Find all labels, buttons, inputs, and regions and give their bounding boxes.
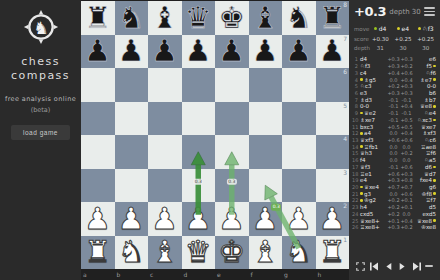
- move-white[interactable]: ♖fb1: [360, 144, 387, 150]
- move-number: 6: [352, 90, 360, 96]
- eval-white: +0.3: [387, 56, 400, 62]
- piece-black-king[interactable]: ♚: [218, 3, 245, 33]
- eval-black: +0.2: [400, 224, 413, 230]
- square-c6[interactable]: [148, 68, 182, 102]
- eval-white: 0.0: [387, 191, 400, 197]
- piece-white-knight[interactable]: ♞: [285, 237, 312, 267]
- move-number: 22: [352, 197, 360, 203]
- move-black[interactable]: ♕e8: [413, 103, 436, 109]
- square-f1[interactable]: ♝: [249, 236, 283, 270]
- chess-board[interactable]: ♜♞♝♛♚♝♞♜8♟♟♟♟♟♟♟♟76543♟♟♟♟♟♟♟♟2♜♞♝♛♚♝♞♜1: [81, 1, 349, 269]
- square-b4[interactable]: [115, 135, 149, 169]
- move-white[interactable]: ♕xe4: [360, 184, 387, 190]
- move-mark-icon: [433, 78, 436, 81]
- file-label: e: [215, 270, 249, 280]
- square-f7[interactable]: ♟: [249, 35, 283, 69]
- move-row[interactable]: 3c4+0.4+0.6♘f6: [349, 69, 440, 76]
- move-black[interactable]: ♘a5: [413, 157, 436, 163]
- move-row[interactable]: 14♖fb10.00.0♖ae8: [349, 143, 440, 150]
- eval-black: +0.4: [400, 77, 413, 83]
- square-h8[interactable]: ♜8: [316, 1, 350, 35]
- square-d7[interactable]: ♟: [182, 35, 216, 69]
- eval-white: 0.0: [387, 144, 400, 150]
- square-e7[interactable]: ♟: [215, 35, 249, 69]
- eval-white: +0.3: [387, 224, 400, 230]
- move-row[interactable]: 20♕xe4+0.7+0.7g6: [349, 184, 440, 191]
- move-number: 2: [352, 63, 360, 69]
- rank-label: 3: [343, 170, 347, 176]
- piece-black-queen[interactable]: ♛: [185, 3, 212, 33]
- move-black[interactable]: 0-0: [413, 83, 436, 89]
- move-number: 1: [352, 56, 360, 62]
- move-white[interactable]: ♕xe8+: [360, 218, 387, 224]
- eval-white: 0.0: [387, 150, 400, 156]
- eval-black: -0.1: [400, 97, 413, 103]
- square-b2[interactable]: ♟: [115, 202, 149, 236]
- piece-black-pawn[interactable]: ♟: [151, 36, 178, 66]
- file-label: b: [115, 270, 149, 280]
- square-g1[interactable]: ♞: [282, 236, 316, 270]
- move-white[interactable]: cxd5: [360, 211, 387, 217]
- square-c4[interactable]: [148, 135, 182, 169]
- square-a5[interactable]: [81, 102, 115, 136]
- move-row[interactable]: 25♕xe8++0.1+0.4♕xe8: [349, 217, 440, 224]
- rank-label: 4: [343, 136, 347, 142]
- eval-black: -0.1: [400, 110, 413, 116]
- eval-white: -0.1: [387, 117, 400, 123]
- rank-label: 5: [343, 103, 347, 109]
- piece-black-pawn[interactable]: ♟: [252, 36, 279, 66]
- move-number: 21: [352, 191, 360, 197]
- eval-white: +0.4: [387, 70, 400, 76]
- move-black[interactable]: g6: [413, 184, 436, 190]
- move-row[interactable]: 18♖e1+0.6+0.3♕d7: [349, 170, 440, 177]
- piece-black-pawn[interactable]: ♟: [118, 36, 145, 66]
- move-white[interactable]: ♕xf3: [360, 137, 387, 143]
- eval-black: +0.6: [400, 70, 413, 76]
- square-d4[interactable]: [182, 135, 216, 169]
- move-white[interactable]: ♗d3: [360, 97, 387, 103]
- depth-label: depth 30: [386, 8, 424, 16]
- file-coordinates: abcdefgh: [81, 270, 349, 280]
- candidate-move[interactable]: d4: [369, 25, 392, 32]
- piece-white-pawn[interactable]: ♟: [218, 204, 245, 234]
- square-h7[interactable]: ♟7: [316, 35, 350, 69]
- square-b7[interactable]: ♟: [115, 35, 149, 69]
- piece-black-knight[interactable]: ♞: [118, 3, 145, 33]
- eval-white: +0.7: [387, 184, 400, 190]
- square-g4[interactable]: [282, 135, 316, 169]
- move-white[interactable]: ♗g5: [360, 77, 387, 83]
- square-e3[interactable]: [215, 169, 249, 203]
- square-d2[interactable]: ♟: [182, 202, 216, 236]
- eval-white: +0.3: [387, 90, 400, 96]
- square-e4[interactable]: [215, 135, 249, 169]
- move-white[interactable]: c4: [360, 70, 387, 76]
- square-f2[interactable]: ♟: [249, 202, 283, 236]
- move-black[interactable]: ♔xe8: [413, 224, 436, 230]
- square-a7[interactable]: ♟: [81, 35, 115, 69]
- square-f4[interactable]: [249, 135, 283, 169]
- piece-white-rook[interactable]: ♜: [319, 237, 346, 267]
- move-row[interactable]: 12a40.0+0.4♗xf3: [349, 130, 440, 137]
- move-row[interactable]: 1d4+0.3+0.3e6: [349, 56, 440, 63]
- square-h6[interactable]: 6: [316, 68, 350, 102]
- move-number: 8: [352, 103, 360, 109]
- eval-white: +0.6: [387, 137, 400, 143]
- candidate-dot-icon: [397, 27, 400, 30]
- eval-black: +0.2: [400, 150, 413, 156]
- piece-black-pawn[interactable]: ♟: [285, 36, 312, 66]
- eval-black: +0.6: [400, 137, 413, 143]
- eval-white: +0.2: [387, 204, 400, 210]
- eval-black: +0.6: [400, 191, 413, 197]
- square-c8[interactable]: ♝: [148, 1, 182, 35]
- move-row[interactable]: 5♘c3+0.2+0.30-0: [349, 83, 440, 90]
- square-f6[interactable]: [249, 68, 283, 102]
- move-mark-icon: [433, 219, 436, 222]
- move-white[interactable]: 0-0: [360, 103, 387, 109]
- square-c1[interactable]: ♝: [148, 236, 182, 270]
- chess-compass-app: ♞ chess compass free analysis online (be…: [0, 0, 440, 280]
- move-mark-icon: [360, 186, 363, 189]
- square-d1[interactable]: ♛: [182, 236, 216, 270]
- piece-black-knight[interactable]: ♞: [285, 3, 312, 33]
- beta-label: (beta): [31, 106, 51, 114]
- rank-label: 1: [343, 237, 347, 243]
- piece-black-pawn[interactable]: ♟: [84, 36, 111, 66]
- previous-icon[interactable]: [385, 262, 392, 271]
- move-white[interactable]: bxc3: [360, 124, 387, 130]
- square-g8[interactable]: ♞: [282, 1, 316, 35]
- candidate-depth: 31: [369, 45, 392, 51]
- eval-white: +0.5: [387, 124, 400, 130]
- move-number: 18: [352, 171, 360, 177]
- load-game-button[interactable]: load game: [11, 125, 70, 140]
- square-c7[interactable]: ♟: [148, 35, 182, 69]
- knight-compass-logo: ♞: [23, 9, 59, 45]
- move-row[interactable]: 21g30.0+0.6♔f8: [349, 190, 440, 197]
- square-d8[interactable]: ♛: [182, 1, 216, 35]
- square-a2[interactable]: ♟: [81, 202, 115, 236]
- square-g7[interactable]: ♟: [282, 35, 316, 69]
- square-e6[interactable]: [215, 68, 249, 102]
- square-h5[interactable]: 5: [316, 102, 350, 136]
- eval-black: +0.1: [400, 197, 413, 203]
- move-white[interactable]: d4: [360, 56, 387, 62]
- eval-black: +0.5: [400, 124, 413, 130]
- move-number: 5: [352, 83, 360, 89]
- eval-black: +0.3: [400, 90, 413, 96]
- move-number: 3: [352, 70, 360, 76]
- move-white[interactable]: g3: [360, 191, 387, 197]
- move-black[interactable]: exd5: [413, 211, 436, 217]
- square-g2[interactable]: ♟: [282, 202, 316, 236]
- move-number: 14: [352, 144, 360, 150]
- move-black[interactable]: ♕d7: [413, 171, 436, 177]
- analysis-panel: +0.3 depth 30 moved4e4♘f3score+0.30+0.25…: [349, 0, 440, 280]
- move-mark-icon: [433, 179, 436, 182]
- square-a3[interactable]: [81, 169, 115, 203]
- square-c3[interactable]: [148, 169, 182, 203]
- square-g3[interactable]: [282, 169, 316, 203]
- move-mark-icon: [360, 145, 363, 148]
- square-a8[interactable]: ♜: [81, 1, 115, 35]
- move-black[interactable]: ♖ae8: [413, 144, 436, 150]
- move-mark-icon: [360, 132, 363, 135]
- move-number: 13: [352, 137, 360, 143]
- move-row[interactable]: 2♘f3+0.3+0.2f5: [349, 63, 440, 70]
- square-e8[interactable]: ♚: [215, 1, 249, 35]
- piece-white-pawn[interactable]: ♟: [151, 204, 178, 234]
- next-icon[interactable]: [399, 262, 406, 271]
- eval-black: +0.5: [400, 117, 413, 123]
- move-row[interactable]: 9♕e2-0.1-0.1♘e4: [349, 110, 440, 117]
- square-b8[interactable]: ♞: [115, 1, 149, 35]
- eval-white: +0.2: [387, 211, 400, 217]
- move-number: 15: [352, 150, 360, 156]
- square-h1[interactable]: ♜1: [316, 236, 350, 270]
- move-row[interactable]: 4♗g50.0+0.4♗e7: [349, 76, 440, 83]
- move-white[interactable]: ♔g2: [360, 197, 387, 203]
- hamburger-icon[interactable]: [424, 7, 435, 16]
- piece-black-rook[interactable]: ♜: [84, 3, 111, 33]
- square-f8[interactable]: ♝: [249, 1, 283, 35]
- move-white[interactable]: f4: [360, 157, 387, 163]
- candidate-dot-icon: [374, 27, 377, 30]
- move-white[interactable]: ♖e1: [360, 171, 387, 177]
- candidate-depth: 30: [392, 45, 415, 51]
- skip-last-icon[interactable]: [413, 262, 421, 271]
- square-b6[interactable]: [115, 68, 149, 102]
- piece-white-knight[interactable]: ♞: [118, 237, 145, 267]
- skip-first-icon[interactable]: [370, 262, 378, 271]
- square-a1[interactable]: ♜: [81, 236, 115, 270]
- move-mark-icon: [433, 192, 436, 195]
- move-black[interactable]: ♘f6: [413, 70, 436, 76]
- piece-white-pawn[interactable]: ♟: [319, 204, 346, 234]
- move-row[interactable]: 23h4+0.2+0.1d5: [349, 204, 440, 211]
- move-number: 26: [352, 224, 360, 230]
- candidate-score: +0.25: [392, 36, 415, 42]
- candidate-depth: 30: [414, 45, 437, 51]
- move-number: 9: [352, 110, 360, 116]
- move-black[interactable]: ♘c6: [413, 137, 436, 143]
- move-white[interactable]: ♕h3: [360, 150, 387, 156]
- brand-name: chess compass: [11, 55, 70, 83]
- piece-white-pawn[interactable]: ♟: [185, 204, 212, 234]
- square-b1[interactable]: ♞: [115, 236, 149, 270]
- piece-black-pawn[interactable]: ♟: [319, 36, 346, 66]
- move-black[interactable]: ♖f7: [413, 197, 436, 203]
- piece-white-pawn[interactable]: ♟: [285, 204, 312, 234]
- square-h4[interactable]: 4: [316, 135, 350, 169]
- nav-group: [365, 262, 425, 271]
- move-black[interactable]: ♗b7: [413, 97, 436, 103]
- move-white[interactable]: ♘f3: [360, 63, 387, 69]
- move-row[interactable]: 11bxc3+0.5+0.5♕xe7: [349, 123, 440, 130]
- move-white[interactable]: ♕e2: [360, 110, 387, 116]
- eval-white: +0.6: [387, 171, 400, 177]
- board-wrap: ♜♞♝♛♚♝♞♜8♟♟♟♟♟♟♟♟76543♟♟♟♟♟♟♟♟2♜♞♝♛♚♝♞♜1…: [81, 1, 349, 269]
- move-number: 10: [352, 117, 360, 123]
- eval-black: +0.4: [400, 130, 413, 136]
- piece-black-pawn[interactable]: ♟: [218, 36, 245, 66]
- square-d5[interactable]: [182, 102, 216, 136]
- move-white[interactable]: ♖xe8+: [360, 224, 387, 230]
- candidate-score: +0.30: [369, 36, 392, 42]
- move-number: 7: [352, 97, 360, 103]
- eval-black: 0.0: [400, 144, 413, 150]
- eval-white: 0.0: [387, 130, 400, 136]
- move-black[interactable]: ♗e7: [413, 77, 436, 83]
- move-row[interactable]: 22♔g2+0.2+0.1♖f7: [349, 197, 440, 204]
- eval-white: +0.3: [387, 63, 400, 69]
- eval-white: -0.1: [387, 97, 400, 103]
- candidate-move[interactable]: e4: [392, 25, 415, 32]
- square-a6[interactable]: [81, 68, 115, 102]
- candidate-move[interactable]: ♘f3: [414, 25, 437, 32]
- eval-black: +0.4: [400, 103, 413, 109]
- eval-black: +0.6: [400, 164, 413, 170]
- move-row[interactable]: 10♗xe7-0.1+0.5♘xc3: [349, 116, 440, 123]
- piece-black-bishop[interactable]: ♝: [252, 3, 279, 33]
- move-number: 12: [352, 130, 360, 136]
- eval-black: +0.8: [400, 177, 413, 183]
- move-number: 11: [352, 124, 360, 130]
- move-row[interactable]: 26♖xe8++0.3+0.2♔xe8: [349, 224, 440, 231]
- square-c5[interactable]: [148, 102, 182, 136]
- move-black[interactable]: ♘e4: [413, 110, 436, 116]
- move-black[interactable]: ♕xe8: [413, 218, 436, 224]
- eval-black: +0.7: [400, 184, 413, 190]
- move-row[interactable]: 16f40.00.0♘a5: [349, 157, 440, 164]
- move-black[interactable]: ♘xc3: [413, 117, 436, 123]
- move-mark-icon: [360, 199, 363, 202]
- square-g6[interactable]: [282, 68, 316, 102]
- piece-white-pawn[interactable]: ♟: [118, 204, 145, 234]
- piece-white-pawn[interactable]: ♟: [84, 204, 111, 234]
- move-mark-icon: [360, 78, 363, 81]
- eval-white: +0.2: [387, 83, 400, 89]
- eval-white: +0.3: [387, 177, 400, 183]
- move-black[interactable]: d6: [413, 164, 436, 170]
- square-f5[interactable]: [249, 102, 283, 136]
- square-e1[interactable]: ♚: [215, 236, 249, 270]
- move-mark-icon: [433, 166, 436, 169]
- piece-white-bishop[interactable]: ♝: [252, 237, 279, 267]
- fullscreen-icon[interactable]: [356, 262, 365, 271]
- piece-white-king[interactable]: ♚: [218, 237, 245, 267]
- move-white[interactable]: ♕f3: [360, 164, 387, 170]
- move-mark-icon: [360, 192, 363, 195]
- move-number: 4: [352, 77, 360, 83]
- move-row[interactable]: 6e3+0.3+0.3b6: [349, 90, 440, 97]
- move-white[interactable]: ♗xe7: [360, 117, 387, 123]
- move-row[interactable]: 13♕xf3+0.6+0.6♘c6: [349, 137, 440, 144]
- move-number: 16: [352, 157, 360, 163]
- piece-white-queen[interactable]: ♛: [185, 237, 212, 267]
- piece-white-rook[interactable]: ♜: [84, 237, 111, 267]
- piece-black-bishop[interactable]: ♝: [151, 3, 178, 33]
- move-black[interactable]: ♗xf3: [413, 130, 436, 136]
- more-icon[interactable]: [425, 265, 433, 267]
- eval-white: -0.1: [387, 164, 400, 170]
- move-white[interactable]: e4: [360, 177, 387, 183]
- move-row[interactable]: 17♕f3-0.1+0.6d6: [349, 164, 440, 171]
- evaluation-score: +0.3: [354, 4, 386, 19]
- move-black[interactable]: d5: [413, 204, 436, 210]
- square-e5[interactable]: [215, 102, 249, 136]
- square-g5[interactable]: [282, 102, 316, 136]
- move-number: 20: [352, 184, 360, 190]
- move-row[interactable]: 80-0-0.1+0.4♕e8: [349, 103, 440, 110]
- move-white[interactable]: h4: [360, 204, 387, 210]
- eval-black: +0.3: [400, 171, 413, 177]
- piece-black-rook[interactable]: ♜: [319, 3, 346, 33]
- candidate-dot-icon: [418, 27, 421, 30]
- square-e2[interactable]: ♟: [215, 202, 249, 236]
- move-white[interactable]: a4: [360, 130, 387, 136]
- svg-text:♞: ♞: [33, 18, 48, 38]
- square-c2[interactable]: ♟: [148, 202, 182, 236]
- square-d6[interactable]: [182, 68, 216, 102]
- tagline: free analysis online: [5, 95, 76, 103]
- square-a4[interactable]: [81, 135, 115, 169]
- move-row[interactable]: 15♕h30.0+0.2♖f6: [349, 150, 440, 157]
- move-white[interactable]: e3: [360, 90, 387, 96]
- move-white[interactable]: ♘c3: [360, 83, 387, 89]
- rank-label: 8: [343, 2, 347, 8]
- square-b3[interactable]: [115, 169, 149, 203]
- eval-black: +0.3: [400, 56, 413, 62]
- candidates-move-label: move: [354, 26, 369, 32]
- move-mark-icon: [433, 65, 436, 68]
- candidate-score: +0.25: [414, 36, 437, 42]
- square-f3[interactable]: [249, 169, 283, 203]
- piece-white-bishop[interactable]: ♝: [151, 237, 178, 267]
- move-black[interactable]: ♖f6: [413, 150, 436, 156]
- move-black[interactable]: b6: [413, 90, 436, 96]
- square-h3[interactable]: 3: [316, 169, 350, 203]
- piece-white-pawn[interactable]: ♟: [252, 204, 279, 234]
- move-black[interactable]: ♕xe7: [413, 124, 436, 130]
- square-b5[interactable]: [115, 102, 149, 136]
- move-number: 25: [352, 218, 360, 224]
- move-row[interactable]: 19e4+0.3+0.8fxe4: [349, 177, 440, 184]
- piece-black-pawn[interactable]: ♟: [185, 36, 212, 66]
- move-number: 24: [352, 211, 360, 217]
- move-list: 1d4+0.3+0.3e62♘f3+0.3+0.2f53c4+0.4+0.6♘f…: [349, 56, 440, 231]
- eval-black: 0.0: [400, 157, 413, 163]
- eval-white: -0.1: [387, 103, 400, 109]
- square-h2[interactable]: ♟2: [316, 202, 350, 236]
- move-row[interactable]: 7♗d3-0.1-0.1♗b7: [349, 96, 440, 103]
- move-black[interactable]: f5: [413, 63, 436, 69]
- candidates-depth-label: depth: [354, 45, 369, 51]
- move-row[interactable]: 24cxd5+0.20.0exd5: [349, 211, 440, 218]
- file-label: f: [249, 270, 283, 280]
- move-black[interactable]: ♔f8: [413, 191, 436, 197]
- move-black[interactable]: fxe4: [413, 177, 436, 183]
- eval-white: -0.1: [387, 110, 400, 116]
- square-d3[interactable]: [182, 169, 216, 203]
- playback-controls: [349, 258, 440, 274]
- move-mark-icon: [360, 112, 363, 115]
- move-black[interactable]: e6: [413, 56, 436, 62]
- file-label: d: [182, 270, 216, 280]
- eval-white: +0.1: [387, 218, 400, 224]
